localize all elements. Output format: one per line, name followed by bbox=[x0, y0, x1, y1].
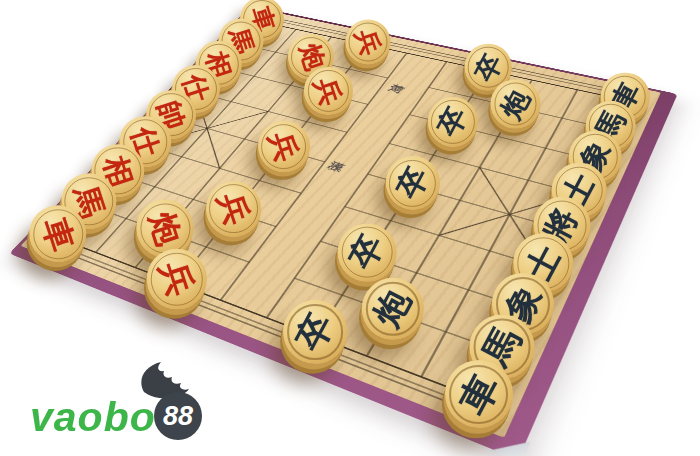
piece-glyph: 兵 bbox=[311, 74, 345, 108]
piece-black-soldier[interactable]: 卒 bbox=[338, 223, 397, 282]
piece-glyph: 兵 bbox=[265, 128, 302, 165]
piece-glyph: 車 bbox=[38, 214, 79, 255]
piece-red-soldier[interactable]: 兵 bbox=[206, 181, 262, 237]
piece-glyph: 卒 bbox=[345, 230, 389, 274]
piece-glyph: 兵 bbox=[155, 258, 198, 301]
vaobo88-logo[interactable]: vaobo 88 bbox=[28, 358, 238, 450]
logo-wordmark: vaobo bbox=[30, 394, 156, 441]
piece-red-soldier[interactable]: 兵 bbox=[346, 19, 391, 64]
piece-glyph: 卒 bbox=[434, 103, 472, 141]
piece-black-chariot[interactable]: 車 bbox=[445, 360, 513, 428]
piece-glyph: 卒 bbox=[392, 163, 433, 204]
piece-red-soldier[interactable]: 兵 bbox=[258, 121, 310, 173]
piece-glyph: 炮 bbox=[497, 85, 534, 122]
piece-glyph: 卒 bbox=[291, 308, 339, 356]
photo-stage: 楚河 漢界 車馬相仕帥仕相馬車炮炮兵兵兵兵兵車馬象士將士象馬車炮炮卒卒卒卒卒 v… bbox=[0, 0, 700, 456]
piece-glyph: 卒 bbox=[471, 50, 506, 85]
piece-red-cannon[interactable]: 炮 bbox=[137, 200, 194, 257]
piece-black-soldier[interactable]: 卒 bbox=[428, 97, 478, 147]
piece-red-soldier[interactable]: 兵 bbox=[304, 67, 352, 115]
piece-glyph: 炮 bbox=[145, 208, 185, 248]
piece-glyph: 炮 bbox=[369, 285, 416, 332]
logo-number: 88 bbox=[163, 401, 193, 432]
piece-glyph: 兵 bbox=[214, 189, 253, 228]
piece-glyph: 兵 bbox=[352, 26, 384, 58]
piece-black-soldier[interactable]: 卒 bbox=[283, 300, 347, 364]
piece-black-cannon[interactable]: 炮 bbox=[491, 79, 540, 128]
piece-black-soldier[interactable]: 卒 bbox=[386, 156, 440, 210]
logo-badge-circle: 88 bbox=[154, 392, 202, 440]
piece-glyph: 車 bbox=[453, 368, 504, 419]
flame-icon bbox=[136, 358, 198, 398]
